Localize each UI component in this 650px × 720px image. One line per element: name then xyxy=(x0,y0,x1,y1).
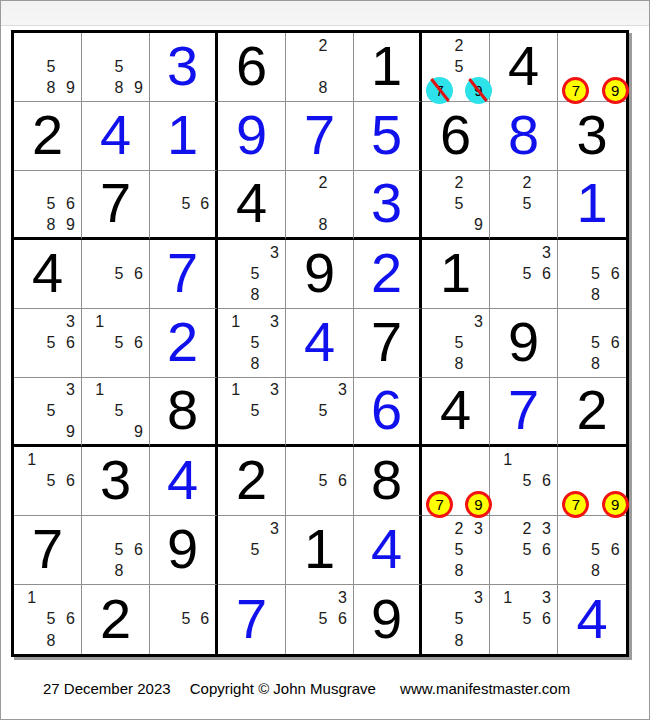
candidate-slot-6 xyxy=(61,56,80,77)
given-digit: 9 xyxy=(304,245,335,301)
candidate-grid: 259 xyxy=(422,171,489,237)
candidate-slot-1: 1 xyxy=(22,449,41,470)
candidate-grid: 2356 xyxy=(490,516,557,584)
candidate-slot-8 xyxy=(41,492,60,513)
cell-r9c4[interactable]: 7 xyxy=(218,585,286,654)
candidate-slot-7: 7 xyxy=(566,78,586,99)
candidate-slot-9 xyxy=(537,285,556,306)
candidate-slot-1 xyxy=(90,242,109,263)
candidate-slot-7 xyxy=(566,354,586,375)
cell-r8c6[interactable]: 4 xyxy=(354,516,422,585)
candidate-slot-7: 7 xyxy=(430,78,449,99)
candidate-digit: 5 xyxy=(455,542,464,558)
cell-r3c7[interactable]: 259 xyxy=(422,171,490,240)
candidate-digit: 5 xyxy=(591,266,600,282)
candidate-slot-2: 2 xyxy=(517,518,536,539)
candidate-slot-5: 5 xyxy=(449,56,468,77)
cell-r4c8[interactable]: 356 xyxy=(490,240,558,309)
candidate-slot-5: 5 xyxy=(313,470,332,491)
cell-r9c1[interactable]: 1568 xyxy=(14,585,82,654)
candidate-slot-3 xyxy=(333,35,352,56)
cell-r8c4[interactable]: 35 xyxy=(218,516,286,585)
given-digit: 2 xyxy=(576,382,607,438)
candidate-slot-2 xyxy=(586,242,606,263)
cell-r5c3[interactable]: 2 xyxy=(150,309,218,378)
candidate-grid: 358 xyxy=(422,585,489,654)
candidate-grid: 2579 xyxy=(422,33,489,101)
cell-r2c6[interactable]: 5 xyxy=(354,102,422,171)
cell-r1c4[interactable]: 6 xyxy=(218,33,286,102)
cell-r6c3[interactable]: 8 xyxy=(150,378,218,447)
candidate-digit: 6 xyxy=(134,335,143,351)
cell-r8c5[interactable]: 1 xyxy=(286,516,354,585)
candidate-slot-7 xyxy=(90,354,109,375)
candidate-digit: 1 xyxy=(27,452,36,468)
candidate-slot-3: 3 xyxy=(537,518,556,539)
candidate-grid: 356 xyxy=(490,240,557,308)
cell-r3c5[interactable]: 28 xyxy=(286,171,354,240)
cell-r3c3[interactable]: 56 xyxy=(150,171,218,240)
cell-r7c2[interactable]: 3 xyxy=(82,447,150,516)
cell-r6c5[interactable]: 35 xyxy=(286,378,354,447)
candidate-slot-3 xyxy=(605,311,625,332)
candidate-slot-7 xyxy=(158,630,177,652)
candidate-slot-7 xyxy=(498,630,517,652)
solved-digit: 7 xyxy=(167,245,198,301)
sudoku-board: 5895893628125794792419756835689756428325… xyxy=(11,30,629,657)
candidate-digit: 5 xyxy=(523,473,532,489)
cell-r4c2[interactable]: 56 xyxy=(82,240,150,309)
candidate-digit: 8 xyxy=(591,287,600,303)
candidate-slot-4 xyxy=(22,470,41,491)
cell-r5c1[interactable]: 356 xyxy=(14,309,82,378)
cell-r2c3[interactable]: 1 xyxy=(150,102,218,171)
candidate-slot-4 xyxy=(430,609,449,631)
cell-r9c5[interactable]: 356 xyxy=(286,585,354,654)
cell-r8c2[interactable]: 568 xyxy=(82,516,150,585)
cell-r1c5[interactable]: 28 xyxy=(286,33,354,102)
candidate-slot-9 xyxy=(61,354,80,375)
candidate-slot-9 xyxy=(265,354,284,375)
candidate-grid: 79 xyxy=(558,33,626,101)
candidate-slot-1 xyxy=(226,242,245,263)
cell-r1c7[interactable]: 2579 xyxy=(422,33,490,102)
candidate-slot-2 xyxy=(177,587,196,609)
cell-r3c2[interactable]: 7 xyxy=(82,171,150,240)
candidate-slot-3 xyxy=(61,449,80,470)
candidate-slot-1 xyxy=(566,311,586,332)
candidate-digit: 5 xyxy=(523,542,532,558)
candidate-slot-2 xyxy=(109,518,128,539)
candidate-slot-4 xyxy=(498,194,517,215)
candidate-grid: 28 xyxy=(286,171,353,237)
candidate-slot-9 xyxy=(333,492,352,513)
candidate-grid: 1568 xyxy=(14,585,81,654)
cell-r7c9[interactable]: 79 xyxy=(558,447,626,516)
cell-r5c9[interactable]: 568 xyxy=(558,309,626,378)
candidate-slot-8 xyxy=(41,354,60,375)
cell-r1c8[interactable]: 4 xyxy=(490,33,558,102)
candidate-slot-1 xyxy=(498,518,517,539)
candidate-slot-4 xyxy=(90,56,109,77)
candidate-digit: 5 xyxy=(591,335,600,351)
candidate-slot-3 xyxy=(469,173,488,194)
candidate-grid: 358 xyxy=(218,240,285,308)
cell-r8c3[interactable]: 9 xyxy=(150,516,218,585)
candidate-slot-8 xyxy=(517,561,536,582)
candidate-slot-8: 8 xyxy=(313,78,332,99)
candidate-slot-2 xyxy=(313,380,332,401)
candidate-slot-6 xyxy=(129,56,148,77)
candidate-slot-5: 5 xyxy=(586,539,606,560)
candidate-slot-1 xyxy=(566,449,586,470)
candidate-slot-6 xyxy=(333,401,352,422)
candidate-slot-7 xyxy=(90,78,109,99)
cell-r1c3[interactable]: 3 xyxy=(150,33,218,102)
candidate-slot-5: 5 xyxy=(517,470,536,491)
cell-r7c1[interactable]: 156 xyxy=(14,447,82,516)
candidate-slot-3: 3 xyxy=(333,380,352,401)
candidate-slot-8 xyxy=(245,421,264,442)
cell-r7c6[interactable]: 8 xyxy=(354,447,422,516)
candidate-slot-2 xyxy=(41,587,60,609)
candidate-slot-4 xyxy=(22,332,41,353)
candidate-slot-5: 5 xyxy=(245,263,264,284)
candidate-slot-4 xyxy=(294,56,313,77)
cell-r5c6[interactable]: 7 xyxy=(354,309,422,378)
candidate-slot-4 xyxy=(158,194,177,215)
solved-digit: 1 xyxy=(576,175,607,231)
candidate-slot-3 xyxy=(605,449,625,470)
cell-r6c7[interactable]: 4 xyxy=(422,378,490,447)
cell-r5c2[interactable]: 156 xyxy=(82,309,150,378)
candidate-grid: 568 xyxy=(558,240,626,308)
candidate-slot-5: 5 xyxy=(449,332,468,353)
candidate-grid: 25 xyxy=(490,171,557,237)
candidate-slot-1 xyxy=(158,173,177,194)
candidate-slot-2 xyxy=(586,35,606,56)
candidate-digit: 8 xyxy=(47,217,56,233)
candidate-slot-4 xyxy=(294,470,313,491)
solved-digit: 4 xyxy=(304,314,335,370)
candidate-slot-3 xyxy=(605,242,625,263)
solved-digit: 5 xyxy=(371,107,402,163)
candidate-grid: 35 xyxy=(218,516,285,584)
candidate-slot-3: 3 xyxy=(265,242,284,263)
candidate-slot-1 xyxy=(430,35,449,56)
candidate-slot-2 xyxy=(177,173,196,194)
candidate-slot-6: 6 xyxy=(605,332,625,353)
candidate-grid: 56 xyxy=(82,240,149,308)
highlighted-candidate-circle: 9 xyxy=(602,491,629,518)
candidate-digit: 8 xyxy=(115,563,124,579)
candidate-slot-8 xyxy=(245,561,264,582)
candidate-slot-5: 5 xyxy=(245,539,264,560)
highlighted-candidate-circle: 7 xyxy=(562,77,589,104)
cell-r1c6[interactable]: 1 xyxy=(354,33,422,102)
cell-r2c5[interactable]: 7 xyxy=(286,102,354,171)
cell-r4c1[interactable]: 4 xyxy=(14,240,82,309)
candidate-digit: 1 xyxy=(27,590,36,606)
cell-r4c4[interactable]: 358 xyxy=(218,240,286,309)
candidate-digit: 3 xyxy=(542,521,551,537)
cell-r9c3[interactable]: 56 xyxy=(150,585,218,654)
candidate-slot-4 xyxy=(22,609,41,631)
candidate-slot-3: 3 xyxy=(333,587,352,609)
candidate-grid: 1356 xyxy=(490,585,557,654)
cell-r1c2[interactable]: 589 xyxy=(82,33,150,102)
cell-r3c9[interactable]: 1 xyxy=(558,171,626,240)
candidate-slot-6: 6 xyxy=(61,470,80,491)
candidate-slot-3: 3 xyxy=(61,311,80,332)
candidate-grid: 135 xyxy=(218,378,285,444)
cell-r7c3[interactable]: 4 xyxy=(150,447,218,516)
cell-r5c7[interactable]: 358 xyxy=(422,309,490,378)
candidate-slot-5: 5 xyxy=(245,401,264,422)
candidate-slot-9 xyxy=(605,561,625,582)
candidate-slot-1 xyxy=(158,587,177,609)
candidate-slot-2 xyxy=(41,449,60,470)
highlighted-candidate-circle: 7 xyxy=(426,491,453,518)
candidate-digit: 2 xyxy=(319,38,328,54)
cell-r2c9[interactable]: 3 xyxy=(558,102,626,171)
candidate-slot-6: 6 xyxy=(333,470,352,491)
cell-r6c2[interactable]: 159 xyxy=(82,378,150,447)
cell-r6c6[interactable]: 6 xyxy=(354,378,422,447)
candidate-digit: 3 xyxy=(474,314,483,330)
candidate-slot-3: 3 xyxy=(537,242,556,263)
candidate-digit: 3 xyxy=(338,382,347,398)
candidate-slot-7 xyxy=(294,492,313,513)
candidate-slot-6 xyxy=(129,401,148,422)
candidate-slot-1 xyxy=(294,35,313,56)
candidate-slot-9 xyxy=(605,285,625,306)
solved-digit: 1 xyxy=(167,107,198,163)
candidate-slot-9 xyxy=(129,354,148,375)
cell-r4c6[interactable]: 2 xyxy=(354,240,422,309)
candidate-slot-9 xyxy=(537,630,556,652)
candidate-slot-4 xyxy=(498,539,517,560)
cell-r2c2[interactable]: 4 xyxy=(82,102,150,171)
cell-r3c4[interactable]: 4 xyxy=(218,171,286,240)
cell-r3c8[interactable]: 25 xyxy=(490,171,558,240)
candidate-slot-8 xyxy=(517,214,536,235)
given-digit: 7 xyxy=(371,314,402,370)
candidate-digit: 5 xyxy=(115,335,124,351)
cell-r2c8[interactable]: 8 xyxy=(490,102,558,171)
candidate-grid: 568 xyxy=(558,309,626,377)
candidate-digit: 3 xyxy=(474,521,483,537)
candidate-slot-3 xyxy=(537,449,556,470)
candidate-digit: 6 xyxy=(542,266,551,282)
candidate-digit: 8 xyxy=(319,80,328,96)
candidate-digit: 8 xyxy=(47,80,56,96)
candidate-slot-8: 8 xyxy=(109,78,128,99)
cell-r3c6[interactable]: 3 xyxy=(354,171,422,240)
candidate-slot-6 xyxy=(469,332,488,353)
given-digit: 2 xyxy=(32,107,63,163)
candidate-slot-9 xyxy=(265,561,284,582)
cell-r8c7[interactable]: 2358 xyxy=(422,516,490,585)
cell-r9c2[interactable]: 2 xyxy=(82,585,150,654)
solved-digit: 2 xyxy=(371,245,402,301)
given-digit: 8 xyxy=(167,382,198,438)
candidate-slot-4 xyxy=(566,470,586,491)
candidate-slot-5: 5 xyxy=(586,332,606,353)
candidate-digit: 2 xyxy=(455,175,464,191)
candidate-slot-6: 6 xyxy=(195,194,214,215)
solved-digit: 3 xyxy=(371,175,402,231)
candidate-slot-7 xyxy=(90,561,109,582)
cell-r7c5[interactable]: 56 xyxy=(286,447,354,516)
cell-r2c1[interactable]: 2 xyxy=(14,102,82,171)
candidate-slot-9 xyxy=(265,285,284,306)
candidate-slot-6 xyxy=(469,609,488,631)
candidate-digit: 8 xyxy=(251,356,260,372)
candidate-slot-7 xyxy=(90,285,109,306)
cell-r9c7[interactable]: 358 xyxy=(422,585,490,654)
cell-r4c5[interactable]: 9 xyxy=(286,240,354,309)
candidate-slot-5: 5 xyxy=(586,263,606,284)
candidate-slot-5: 5 xyxy=(41,609,60,631)
cell-r3c1[interactable]: 5689 xyxy=(14,171,82,240)
candidate-slot-9 xyxy=(333,421,352,442)
candidate-slot-1 xyxy=(566,242,586,263)
cell-r8c8[interactable]: 2356 xyxy=(490,516,558,585)
cell-r9c8[interactable]: 1356 xyxy=(490,585,558,654)
candidate-slot-5: 5 xyxy=(245,332,264,353)
candidate-slot-1: 1 xyxy=(90,380,109,401)
candidate-slot-2: 2 xyxy=(313,35,332,56)
cell-r9c9[interactable]: 4 xyxy=(558,585,626,654)
candidate-digit: 5 xyxy=(115,266,124,282)
candidate-slot-6 xyxy=(265,539,284,560)
candidate-digit: 5 xyxy=(115,59,124,75)
candidate-slot-4 xyxy=(294,609,313,631)
candidate-slot-8 xyxy=(313,492,332,513)
highlighted-candidate-circle: 7 xyxy=(562,491,589,518)
cell-r4c3[interactable]: 7 xyxy=(150,240,218,309)
cell-r2c7[interactable]: 6 xyxy=(422,102,490,171)
candidate-slot-2 xyxy=(313,449,332,470)
cell-r1c1[interactable]: 589 xyxy=(14,33,82,102)
candidate-grid: 568 xyxy=(558,516,626,584)
candidate-slot-9: 9 xyxy=(61,421,80,442)
given-digit: 6 xyxy=(236,38,267,94)
eliminated-candidate-circle: 9 xyxy=(465,77,492,104)
candidate-slot-8 xyxy=(177,214,196,235)
cell-r7c8[interactable]: 156 xyxy=(490,447,558,516)
candidate-slot-4 xyxy=(22,194,41,215)
candidate-digit: 1 xyxy=(231,382,240,398)
candidate-digit: 6 xyxy=(542,542,551,558)
candidate-digit: 1 xyxy=(95,314,104,330)
candidate-slot-7 xyxy=(22,354,41,375)
candidate-slot-8: 8 xyxy=(245,285,264,306)
candidate-slot-6 xyxy=(605,470,625,491)
candidate-digit: 2 xyxy=(455,521,464,537)
cell-r4c7[interactable]: 1 xyxy=(422,240,490,309)
candidate-slot-5: 5 xyxy=(177,194,196,215)
cell-r5c5[interactable]: 4 xyxy=(286,309,354,378)
candidate-digit: 5 xyxy=(47,335,56,351)
cell-r6c1[interactable]: 359 xyxy=(14,378,82,447)
candidate-digit: 5 xyxy=(591,542,600,558)
candidate-digit: 6 xyxy=(611,542,620,558)
cell-r1c9[interactable]: 79 xyxy=(558,33,626,102)
cell-r9c6[interactable]: 9 xyxy=(354,585,422,654)
candidate-slot-9 xyxy=(265,421,284,442)
candidate-slot-9 xyxy=(61,630,80,652)
candidate-slot-1 xyxy=(566,35,586,56)
candidate-digit: 9 xyxy=(474,217,483,233)
candidate-digit: 5 xyxy=(251,266,260,282)
candidate-slot-9 xyxy=(469,354,488,375)
cell-r7c7[interactable]: 79 xyxy=(422,447,490,516)
candidate-digit: 3 xyxy=(270,382,279,398)
candidate-slot-7 xyxy=(226,421,245,442)
solved-digit: 6 xyxy=(371,382,402,438)
candidate-slot-5: 5 xyxy=(41,470,60,491)
candidate-slot-9 xyxy=(61,492,80,513)
candidate-slot-7 xyxy=(498,561,517,582)
candidate-digit: 8 xyxy=(115,80,124,96)
candidate-slot-3: 3 xyxy=(265,311,284,332)
cell-r6c9[interactable]: 2 xyxy=(558,378,626,447)
candidate-slot-8 xyxy=(177,630,196,652)
cell-r7c4[interactable]: 2 xyxy=(218,447,286,516)
cell-r5c4[interactable]: 1358 xyxy=(218,309,286,378)
given-digit: 1 xyxy=(371,38,402,94)
cell-r8c1[interactable]: 7 xyxy=(14,516,82,585)
candidate-slot-9 xyxy=(605,354,625,375)
candidate-slot-3 xyxy=(195,587,214,609)
cell-r8c9[interactable]: 568 xyxy=(558,516,626,585)
candidate-slot-5 xyxy=(586,56,606,77)
candidate-slot-6: 6 xyxy=(537,609,556,631)
candidate-slot-3 xyxy=(129,380,148,401)
eliminated-candidate-circle: 7 xyxy=(426,77,453,104)
candidate-digit: 6 xyxy=(66,335,75,351)
candidate-digit: 5 xyxy=(455,335,464,351)
candidate-slot-2 xyxy=(245,380,264,401)
candidate-slot-6: 6 xyxy=(605,539,625,560)
cell-r4c9[interactable]: 568 xyxy=(558,240,626,309)
candidate-slot-2 xyxy=(517,587,536,609)
cell-r2c4[interactable]: 9 xyxy=(218,102,286,171)
candidate-slot-1 xyxy=(22,35,41,56)
solved-digit: 8 xyxy=(508,107,539,163)
cell-r6c4[interactable]: 135 xyxy=(218,378,286,447)
footer-copyright: Copyright © John Musgrave xyxy=(190,680,376,697)
candidate-slot-3: 3 xyxy=(469,518,488,539)
candidate-slot-9: 9 xyxy=(61,78,80,99)
candidate-slot-9 xyxy=(333,78,352,99)
candidate-slot-8: 8 xyxy=(245,354,264,375)
cell-r6c8[interactable]: 7 xyxy=(490,378,558,447)
candidate-slot-7 xyxy=(22,214,41,235)
candidate-slot-5 xyxy=(313,194,332,215)
candidate-grid: 156 xyxy=(490,447,557,515)
candidate-grid: 79 xyxy=(558,447,626,515)
cell-r5c8[interactable]: 9 xyxy=(490,309,558,378)
candidate-digit: 3 xyxy=(66,314,75,330)
candidate-slot-1 xyxy=(294,587,313,609)
candidate-grid: 589 xyxy=(82,33,149,101)
candidate-grid: 56 xyxy=(286,447,353,515)
candidate-grid: 79 xyxy=(422,447,489,515)
candidate-slot-2: 2 xyxy=(449,173,468,194)
